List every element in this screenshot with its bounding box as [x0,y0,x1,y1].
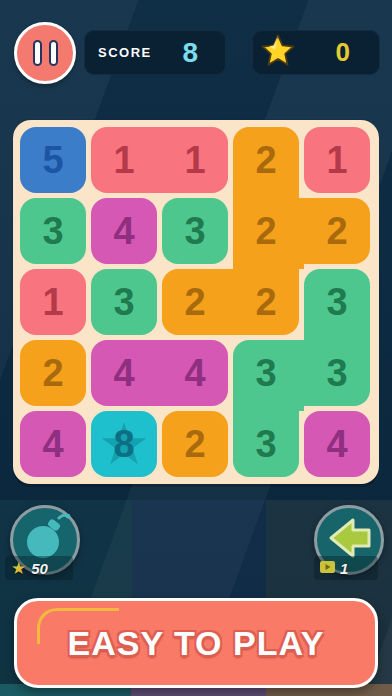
tile-number: 4 [162,340,228,406]
ad-play-icon [320,559,335,577]
tile-r5c5[interactable]: 4 [304,411,370,477]
tile-r1c1[interactable]: 5 [20,127,86,193]
tile-r4c5[interactable]: 3 [304,340,370,406]
tile-r2c3[interactable]: 3 [162,198,228,264]
tile-number: 1 [304,127,370,193]
tile-number: 2 [233,269,299,335]
tile-number: 4 [304,411,370,477]
undo-count-badge: 1 [314,556,378,580]
star-count: 0 [336,37,350,68]
star-icon [260,33,296,73]
pause-icon [49,40,58,66]
corner-bracket-decoration [37,608,119,644]
tile-r3c3[interactable]: 2 [162,269,233,335]
tile-number: 1 [20,269,86,335]
score-label: SCORE [98,45,152,60]
tile-number: 3 [304,269,370,335]
tile-number: 1 [91,127,157,193]
tile-number: 2 [162,269,228,335]
tile-number: 5 [20,127,86,193]
tile-number: 2 [304,198,370,264]
tile-r3c4[interactable]: 2 [233,269,299,335]
score-panel: SCORE 8 [84,30,226,75]
tile-number: 3 [233,411,299,477]
tile-number: 4 [91,198,157,264]
undo-count: 1 [340,560,348,577]
tile-number: 3 [20,198,86,264]
tile-number: 4 [20,411,86,477]
tile-r5c1[interactable]: 4 [20,411,86,477]
easy-to-play-banner: EASY TO PLAY [14,598,378,688]
star-icon: ★ [11,560,26,577]
tile-r2c4[interactable]: 2 [233,198,304,269]
pause-button[interactable] [14,22,76,84]
game-screen: SCORE 8 0 511213432213223244334★8234 ★ 5… [0,0,392,696]
tile-r2c1[interactable]: 3 [20,198,86,264]
tile-r5c2[interactable]: ★8 [91,411,157,477]
star-panel: 0 [252,30,380,75]
tile-r5c3[interactable]: 2 [162,411,228,477]
tile-r4c2[interactable]: 4 [91,340,162,406]
tile-number: 2 [233,127,299,193]
tile-r3c1[interactable]: 1 [20,269,86,335]
tile-number: 4 [91,340,157,406]
puzzle-board: 511213432213223244334★8234 [13,120,379,484]
score-value: 8 [182,37,198,69]
pause-icon [33,40,42,66]
tile-r3c2[interactable]: 3 [91,269,157,335]
tile-r2c2[interactable]: 4 [91,198,157,264]
tile-r1c4[interactable]: 2 [233,127,299,198]
tile-number: 3 [162,198,228,264]
tile-number: 3 [233,340,299,406]
tile-r1c2[interactable]: 1 [91,127,162,193]
tile-r4c3[interactable]: 4 [162,340,228,406]
tile-number: 2 [20,340,86,406]
bomb-cost: 50 [31,560,48,577]
tile-r1c5[interactable]: 1 [304,127,370,193]
tile-r5c4[interactable]: 3 [233,411,299,477]
tile-number: 3 [91,269,157,335]
tile-r4c1[interactable]: 2 [20,340,86,406]
tile-r1c3[interactable]: 1 [162,127,228,193]
bomb-cost-badge: ★ 50 [5,556,73,580]
tile-r2c5[interactable]: 2 [304,198,370,264]
tile-number: 2 [162,411,228,477]
tile-number: 1 [162,127,228,193]
tile-r3c5[interactable]: 3 [304,269,370,340]
tile-number: 8 [91,411,157,477]
tile-number: 2 [233,198,299,264]
tile-number: 3 [304,340,370,406]
tile-r4c4[interactable]: 3 [233,340,304,411]
